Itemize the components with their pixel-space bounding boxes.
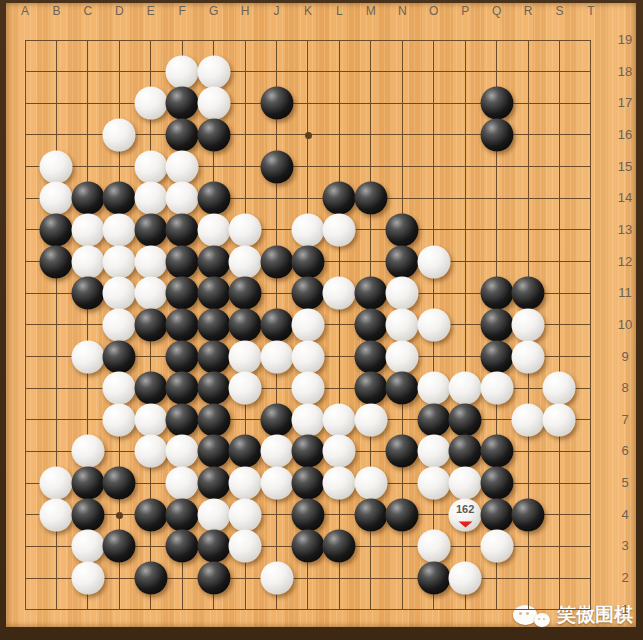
white-stone-Q8 [480,372,513,405]
black-stone-N4 [386,498,419,531]
white-stone-C2 [71,562,104,595]
column-label: A [13,4,37,18]
black-stone-R4 [512,498,545,531]
black-stone-Q11 [480,277,513,310]
black-stone-F17 [166,87,199,120]
row-label: 17 [612,95,638,110]
column-label: E [139,4,163,18]
row-label: 14 [612,190,638,205]
white-stone-D10 [103,308,136,341]
black-stone-F16 [166,118,199,151]
black-stone-K12 [291,245,324,278]
white-stone-O8 [417,372,450,405]
white-stone-H13 [229,213,262,246]
white-stone-K9 [291,340,324,373]
black-stone-M10 [354,308,387,341]
row-label: 8 [612,380,638,395]
white-stone-D11 [103,277,136,310]
white-stone-D16 [103,118,136,151]
black-stone-G9 [197,340,230,373]
white-stone-K7 [291,403,324,436]
white-stone-K13 [291,213,324,246]
black-stone-G8 [197,372,230,405]
black-stone-E13 [134,213,167,246]
white-stone-G13 [197,213,230,246]
black-stone-Q10 [480,308,513,341]
black-stone-O2 [417,562,450,595]
black-stone-E2 [134,562,167,595]
black-stone-E4 [134,498,167,531]
white-stone-C13 [71,213,104,246]
row-label: 16 [612,127,638,142]
white-stone-D12 [103,245,136,278]
white-stone-N9 [386,340,419,373]
white-stone-B14 [40,182,73,215]
white-stone-G18 [197,55,230,88]
white-stone-H5 [229,467,262,500]
white-stone-C6 [71,435,104,468]
row-label: 18 [612,64,638,79]
black-stone-G16 [197,118,230,151]
black-stone-K6 [291,435,324,468]
black-stone-G5 [197,467,230,500]
last-move-triangle-marker [458,521,472,527]
white-stone-P8 [449,372,482,405]
black-stone-C5 [71,467,104,500]
white-stone-O5 [417,467,450,500]
column-label: R [516,4,540,18]
black-stone-O7 [417,403,450,436]
black-stone-F10 [166,308,199,341]
column-label: S [547,4,571,18]
row-label: 3 [612,538,638,553]
white-stone-F6 [166,435,199,468]
white-stone-H9 [229,340,262,373]
black-stone-B12 [40,245,73,278]
column-label: L [327,4,351,18]
row-label: 11 [612,285,638,300]
white-stone-P5 [449,467,482,500]
black-stone-G2 [197,562,230,595]
column-label: Q [485,4,509,18]
white-stone-J2 [260,562,293,595]
white-stone-N10 [386,308,419,341]
column-label: J [265,4,289,18]
white-stone-R9 [512,340,545,373]
column-label: D [107,4,131,18]
white-stone-P2 [449,562,482,595]
column-label: M [359,4,383,18]
column-label: K [296,4,320,18]
chat-bubble-small-icon [534,613,550,627]
black-stone-N6 [386,435,419,468]
black-stone-F12 [166,245,199,278]
black-stone-J12 [260,245,293,278]
white-stone-N11 [386,277,419,310]
grid-line-vertical [339,40,340,610]
white-stone-K10 [291,308,324,341]
white-stone-J5 [260,467,293,500]
white-stone-C12 [71,245,104,278]
black-stone-G10 [197,308,230,341]
white-stone-J6 [260,435,293,468]
white-stone-B15 [40,150,73,183]
row-label: 12 [612,254,638,269]
black-stone-Q17 [480,87,513,120]
black-stone-J10 [260,308,293,341]
black-stone-P6 [449,435,482,468]
black-stone-M11 [354,277,387,310]
white-stone-D8 [103,372,136,405]
white-stone-E14 [134,182,167,215]
white-stone-G4 [197,498,230,531]
go-game-screenshot: 笑傲围棋 ABCDEFGHJKLMNOPQRST1918171615141312… [0,0,643,640]
black-stone-R11 [512,277,545,310]
black-stone-M8 [354,372,387,405]
white-stone-E12 [134,245,167,278]
white-stone-G17 [197,87,230,120]
black-stone-N8 [386,372,419,405]
black-stone-Q6 [480,435,513,468]
white-stone-F15 [166,150,199,183]
white-stone-D7 [103,403,136,436]
white-stone-Q3 [480,530,513,563]
black-stone-K5 [291,467,324,500]
grid-line-horizontal [25,609,591,610]
star-point [305,132,312,139]
black-stone-M14 [354,182,387,215]
black-stone-F13 [166,213,199,246]
white-stone-R10 [512,308,545,341]
white-stone-E17 [134,87,167,120]
column-label: H [233,4,257,18]
white-stone-F18 [166,55,199,88]
black-stone-K3 [291,530,324,563]
black-stone-K11 [291,277,324,310]
black-stone-H11 [229,277,262,310]
white-stone-O3 [417,530,450,563]
row-label: 4 [612,507,638,522]
white-stone-M5 [354,467,387,500]
black-stone-L14 [323,182,356,215]
black-stone-K4 [291,498,324,531]
row-label: 13 [612,222,638,237]
black-stone-D9 [103,340,136,373]
white-stone-B4 [40,498,73,531]
white-stone-B5 [40,467,73,500]
black-stone-G14 [197,182,230,215]
white-stone-H12 [229,245,262,278]
black-stone-Q4 [480,498,513,531]
column-label: T [579,4,603,18]
white-stone-M7 [354,403,387,436]
white-stone-H3 [229,530,262,563]
column-label: F [170,4,194,18]
white-stone-R7 [512,403,545,436]
white-stone-K8 [291,372,324,405]
black-stone-Q9 [480,340,513,373]
grid-line-vertical [590,40,591,610]
black-stone-C4 [71,498,104,531]
column-label: C [76,4,100,18]
black-stone-Q5 [480,467,513,500]
row-label: 15 [612,159,638,174]
black-stone-J7 [260,403,293,436]
black-stone-G11 [197,277,230,310]
black-stone-G3 [197,530,230,563]
row-label: 19 [612,32,638,47]
row-label: 1 [612,602,638,617]
grid-line-vertical [559,40,560,610]
black-stone-G6 [197,435,230,468]
black-stone-J15 [260,150,293,183]
white-stone-H8 [229,372,262,405]
black-stone-E10 [134,308,167,341]
black-stone-D3 [103,530,136,563]
black-stone-D5 [103,467,136,500]
black-stone-M4 [354,498,387,531]
white-stone-L5 [323,467,356,500]
black-stone-L3 [323,530,356,563]
white-stone-F14 [166,182,199,215]
white-stone-J9 [260,340,293,373]
black-stone-J17 [260,87,293,120]
white-stone-S8 [543,372,576,405]
black-stone-H6 [229,435,262,468]
row-label: 6 [612,443,638,458]
black-stone-F9 [166,340,199,373]
grid-line-horizontal [25,578,591,579]
white-stone-D13 [103,213,136,246]
black-stone-F4 [166,498,199,531]
black-stone-F7 [166,403,199,436]
white-stone-C9 [71,340,104,373]
white-stone-L13 [323,213,356,246]
white-stone-O12 [417,245,450,278]
star-point [116,512,123,519]
column-label: G [202,4,226,18]
white-stone-L6 [323,435,356,468]
row-label: 2 [612,570,638,585]
black-stone-B13 [40,213,73,246]
column-label: B [44,4,68,18]
white-stone-E15 [134,150,167,183]
white-stone-O6 [417,435,450,468]
white-stone-E6 [134,435,167,468]
white-stone-H4 [229,498,262,531]
black-stone-N13 [386,213,419,246]
black-stone-Q16 [480,118,513,151]
white-stone-E11 [134,277,167,310]
white-stone-P4: 162 [449,498,482,531]
black-stone-F3 [166,530,199,563]
black-stone-F8 [166,372,199,405]
column-label: N [390,4,414,18]
white-stone-C3 [71,530,104,563]
black-stone-C14 [71,182,104,215]
black-stone-P7 [449,403,482,436]
white-stone-L11 [323,277,356,310]
black-stone-H10 [229,308,262,341]
black-stone-D14 [103,182,136,215]
last-move-number: 162 [449,502,482,514]
column-label: O [422,4,446,18]
black-stone-G12 [197,245,230,278]
white-stone-L7 [323,403,356,436]
column-label: P [453,4,477,18]
row-label: 9 [612,349,638,364]
row-label: 10 [612,317,638,332]
black-stone-E8 [134,372,167,405]
black-stone-F11 [166,277,199,310]
white-stone-S7 [543,403,576,436]
black-stone-G7 [197,403,230,436]
black-stone-M9 [354,340,387,373]
white-stone-E7 [134,403,167,436]
black-stone-N12 [386,245,419,278]
black-stone-C11 [71,277,104,310]
row-label: 7 [612,412,638,427]
row-label: 5 [612,475,638,490]
white-stone-F5 [166,467,199,500]
white-stone-O10 [417,308,450,341]
